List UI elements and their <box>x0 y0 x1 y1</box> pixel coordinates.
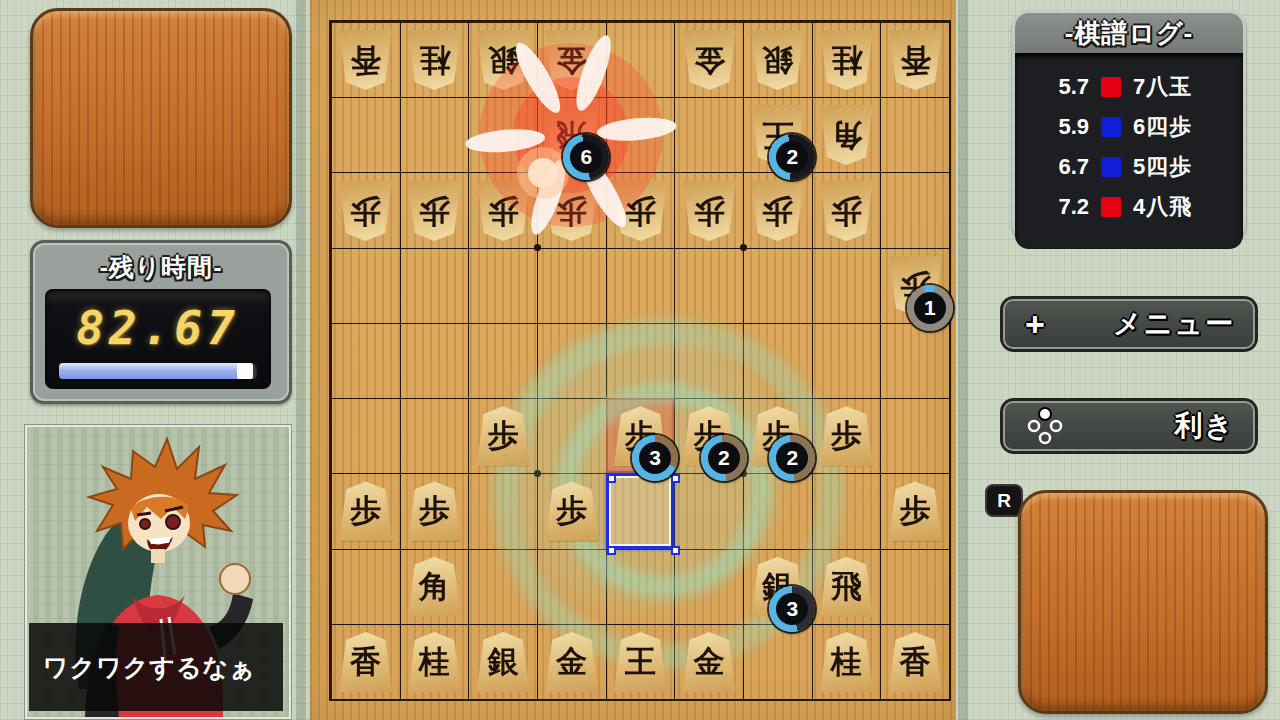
board-square[interactable]: 角 <box>812 97 882 173</box>
board-square[interactable] <box>331 97 401 173</box>
board-square[interactable]: 角 <box>400 549 470 625</box>
cursor-corner <box>671 546 680 555</box>
board-square[interactable] <box>674 473 744 549</box>
log-entry-player-color <box>1101 197 1121 217</box>
shogi-piece[interactable]: 桂 <box>408 30 461 90</box>
influence-count-value: 6 <box>570 141 602 173</box>
shogi-piece[interactable]: 歩 <box>683 181 736 241</box>
shogi-piece[interactable]: 歩 <box>545 181 598 241</box>
board-square[interactable]: 桂 <box>400 22 470 98</box>
board-square[interactable]: 歩 <box>812 398 882 474</box>
board-square[interactable] <box>880 323 950 399</box>
board-square[interactable] <box>812 248 882 324</box>
log-entry-move: 6四歩 <box>1133 112 1217 142</box>
shogi-piece[interactable]: 香 <box>339 30 392 90</box>
board-square[interactable] <box>743 624 813 700</box>
shogi-piece[interactable]: 歩 <box>820 406 873 466</box>
log-entry-move: 7八玉 <box>1133 72 1217 102</box>
log-entry-time: 5.9 <box>1041 114 1089 140</box>
shogi-piece[interactable]: 金 <box>545 30 598 90</box>
board-grid: 香桂銀金金銀桂香飛王角歩歩歩歩歩歩歩歩歩歩歩歩歩歩歩歩歩歩角銀飛香桂銀金王金桂香 <box>329 20 951 701</box>
cursor-corner <box>671 474 680 483</box>
board-square[interactable]: 香 <box>331 22 401 98</box>
captured-tray-opponent <box>30 8 292 228</box>
log-entry-move: 5四歩 <box>1133 152 1217 182</box>
board-square[interactable]: 銀 <box>743 22 813 98</box>
board-square[interactable] <box>331 323 401 399</box>
board-square[interactable]: 金 <box>537 624 607 700</box>
board-square[interactable]: 飛 <box>812 549 882 625</box>
board-square[interactable]: 歩 <box>537 473 607 549</box>
board-square[interactable]: 歩 <box>812 172 882 248</box>
board-square[interactable] <box>400 248 470 324</box>
captured-tray-player <box>1018 490 1268 714</box>
kifu-log-panel: -棋譜ログ- 5.77八玉5.96四歩6.75四歩7.24八飛 <box>1012 10 1246 242</box>
board-square[interactable]: 香 <box>331 624 401 700</box>
board-square[interactable] <box>743 473 813 549</box>
board-square[interactable] <box>606 549 676 625</box>
board-square[interactable] <box>743 323 813 399</box>
shogi-piece[interactable]: 銀 <box>477 632 530 692</box>
board-square[interactable] <box>812 323 882 399</box>
board-square[interactable] <box>468 248 538 324</box>
log-entry-player-color <box>1101 157 1121 177</box>
board-square[interactable] <box>468 97 538 173</box>
board-square[interactable] <box>606 323 676 399</box>
selection-cursor[interactable] <box>606 473 675 548</box>
log-entry: 6.75四歩 <box>1015 147 1243 187</box>
board-square[interactable]: 歩 <box>400 172 470 248</box>
plus-button-icon: + <box>1025 301 1045 347</box>
shogi-piece[interactable]: 歩 <box>820 181 873 241</box>
kifu-log-title: -棋譜ログ- <box>1065 16 1194 51</box>
shogi-piece[interactable]: 歩 <box>545 481 598 541</box>
board-square[interactable]: 桂 <box>812 22 882 98</box>
kifu-log-body: 5.77八玉5.96四歩6.75四歩7.24八飛 <box>1015 53 1243 249</box>
board-square[interactable]: 歩 <box>468 172 538 248</box>
timer-screen: 82.67 <box>45 289 271 389</box>
shogi-piece[interactable]: 桂 <box>820 632 873 692</box>
menu-button-face: + メニュー <box>1003 299 1255 349</box>
shogi-piece[interactable]: 歩 <box>408 181 461 241</box>
influence-count-value: 2 <box>708 442 740 474</box>
shogi-piece[interactable]: 歩 <box>477 181 530 241</box>
board-square[interactable]: 歩 <box>606 172 676 248</box>
timer-panel: -残り時間- 82.67 <box>30 240 292 404</box>
log-entry: 5.96四歩 <box>1015 107 1243 147</box>
shogi-piece[interactable]: 王 <box>614 632 667 692</box>
board-square[interactable] <box>880 97 950 173</box>
r-shoulder-icon: R <box>985 484 1023 517</box>
shogi-piece[interactable]: 金 <box>683 632 736 692</box>
board-square[interactable] <box>331 248 401 324</box>
kiki-button-label: 利き <box>1174 407 1235 445</box>
board-square[interactable] <box>674 549 744 625</box>
log-entry-time: 5.7 <box>1041 74 1089 100</box>
timer-progressbar <box>59 363 257 379</box>
board-square[interactable] <box>468 323 538 399</box>
board-square[interactable] <box>400 323 470 399</box>
board-square[interactable]: 金 <box>674 22 744 98</box>
tatami-seam <box>958 0 968 720</box>
shogi-piece[interactable]: 桂 <box>408 632 461 692</box>
board-square[interactable] <box>880 549 950 625</box>
shogi-piece[interactable]: 歩 <box>614 181 667 241</box>
timer-progress-tip <box>237 363 253 379</box>
shogi-piece[interactable]: 香 <box>889 632 942 692</box>
shogi-piece[interactable]: 角 <box>820 105 873 165</box>
shogi-piece[interactable]: 香 <box>339 632 392 692</box>
board-square[interactable] <box>468 473 538 549</box>
shogi-piece[interactable]: 歩 <box>339 481 392 541</box>
kiki-button-face: 利き <box>1003 401 1255 451</box>
board-square[interactable] <box>880 398 950 474</box>
board-square[interactable]: 香 <box>880 624 950 700</box>
speech-text: ワクワクするなぁ <box>29 651 256 684</box>
board-square[interactable] <box>331 549 401 625</box>
board-square[interactable] <box>743 248 813 324</box>
board-square[interactable] <box>537 549 607 625</box>
board-square[interactable] <box>400 97 470 173</box>
board-square[interactable] <box>400 398 470 474</box>
shogi-piece[interactable]: 飛 <box>820 557 873 617</box>
tatami-seam <box>296 0 306 720</box>
board-star-point <box>534 244 541 251</box>
board-square[interactable]: 香 <box>880 22 950 98</box>
board-square[interactable]: 銀 <box>468 22 538 98</box>
influence-count-value: 2 <box>776 442 808 474</box>
shogi-piece[interactable]: 香 <box>889 30 942 90</box>
board-square[interactable]: 歩 <box>880 473 950 549</box>
board-square[interactable]: 歩 <box>400 473 470 549</box>
board-square[interactable] <box>606 97 676 173</box>
timer-value: 82.67 <box>45 301 271 355</box>
board-square[interactable]: 歩 <box>331 473 401 549</box>
shogi-piece[interactable]: 歩 <box>408 481 461 541</box>
shogi-piece[interactable]: 桂 <box>820 30 873 90</box>
influence-count-badge: 3 <box>769 586 815 632</box>
log-entry: 7.24八飛 <box>1015 187 1243 227</box>
timer-progress-fill <box>59 363 243 379</box>
influence-count-value: 1 <box>914 292 946 324</box>
timer-title: -残り時間- <box>33 251 289 284</box>
board-square[interactable] <box>331 398 401 474</box>
board-square[interactable] <box>812 473 882 549</box>
log-entry-player-color <box>1101 77 1121 97</box>
log-entry-time: 6.7 <box>1041 154 1089 180</box>
cursor-corner <box>607 546 616 555</box>
speech-bubble: ワクワクするなぁ <box>29 623 283 711</box>
board-star-point <box>534 470 541 477</box>
shogi-piece[interactable]: 金 <box>545 632 598 692</box>
kiki-toggle-button[interactable]: 利き <box>1000 398 1258 454</box>
board-square[interactable] <box>674 248 744 324</box>
shogi-piece[interactable]: 歩 <box>477 406 530 466</box>
board-square[interactable]: 歩 <box>674 172 744 248</box>
shogi-piece[interactable]: 歩 <box>751 181 804 241</box>
kifu-log-header: -棋譜ログ- <box>1015 13 1243 53</box>
shogi-piece[interactable]: 銀 <box>477 30 530 90</box>
log-entry-move: 4八飛 <box>1133 192 1217 222</box>
board-square[interactable] <box>537 398 607 474</box>
board-square[interactable] <box>674 323 744 399</box>
influence-count-value: 3 <box>776 593 808 625</box>
menu-button[interactable]: + メニュー <box>1000 296 1258 352</box>
board-square[interactable] <box>674 97 744 173</box>
board-square[interactable] <box>606 22 676 98</box>
shogi-piece[interactable]: 歩 <box>889 481 942 541</box>
board-square[interactable] <box>468 549 538 625</box>
shogi-piece[interactable]: 金 <box>683 30 736 90</box>
board-square[interactable] <box>537 248 607 324</box>
board-square[interactable]: 歩 <box>743 172 813 248</box>
board-square[interactable]: 王 <box>606 624 676 700</box>
board-square[interactable]: 歩 <box>468 398 538 474</box>
influence-count-badge: 2 <box>701 435 747 481</box>
board-square[interactable]: 銀 <box>468 624 538 700</box>
board-square[interactable]: 歩 <box>331 172 401 248</box>
influence-count-badge: 1 <box>907 285 953 331</box>
board-square[interactable] <box>537 323 607 399</box>
board-square[interactable]: 歩 <box>537 172 607 248</box>
face-buttons-icon <box>1025 405 1065 458</box>
board-square[interactable]: 桂 <box>400 624 470 700</box>
log-entry: 5.77八玉 <box>1015 67 1243 107</box>
game-screen: -残り時間- 82.67 <box>0 0 1280 720</box>
shogi-piece[interactable]: 銀 <box>751 30 804 90</box>
shogi-piece[interactable]: 角 <box>408 557 461 617</box>
board-square[interactable]: 金 <box>674 624 744 700</box>
menu-button-label: メニュー <box>1113 305 1235 343</box>
r-shoulder-label: R <box>997 490 1011 512</box>
board-square[interactable]: 桂 <box>812 624 882 700</box>
cursor-corner <box>607 474 616 483</box>
board-square[interactable]: 金 <box>537 22 607 98</box>
shogi-piece[interactable]: 歩 <box>339 181 392 241</box>
influence-count-value: 3 <box>639 442 671 474</box>
log-entry-time: 7.2 <box>1041 194 1089 220</box>
board-star-point <box>740 244 747 251</box>
board-square[interactable] <box>880 172 950 248</box>
board-square[interactable] <box>606 248 676 324</box>
log-entry-player-color <box>1101 117 1121 137</box>
influence-count-value: 2 <box>776 141 808 173</box>
character-portrait: ワクワクするなぁ <box>25 425 291 719</box>
